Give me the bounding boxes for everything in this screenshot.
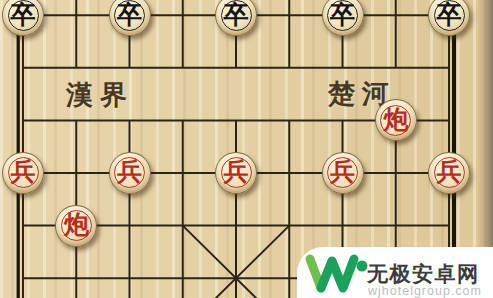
xiangqi-board: 漢界 楚河 卒卒卒卒卒炮兵兵兵兵兵炮 [0, 0, 493, 298]
watermark-url: wjhotelgroup.com [368, 284, 482, 298]
watermark: 无极安卓网 wjhotelgroup.com [297, 247, 493, 298]
watermark-logo-icon [302, 252, 368, 294]
